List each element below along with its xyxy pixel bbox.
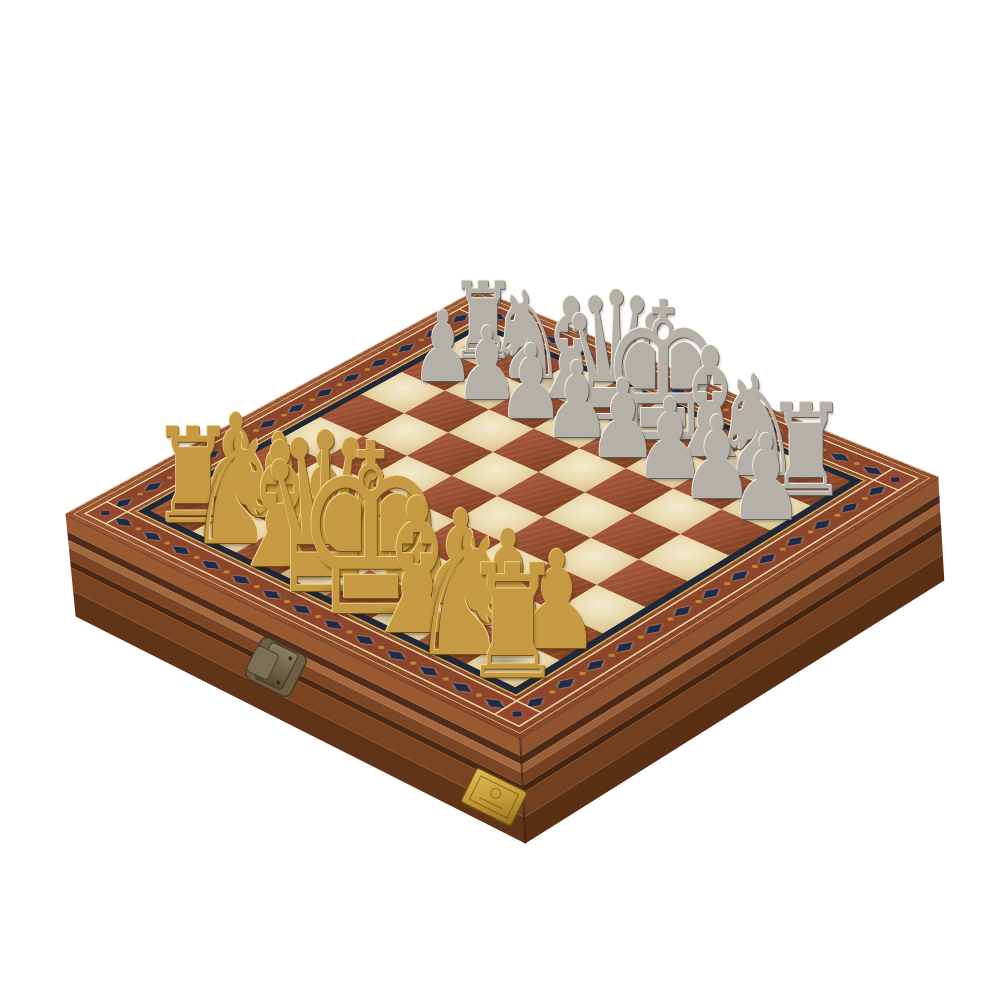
inlay-dot-icon: ◆ [689, 394, 701, 400]
inlay-diamond-icon: ◆ [513, 321, 541, 334]
inlay-diamond-icon: ◆ [603, 358, 632, 371]
inlay-diamond-icon: ◆ [168, 542, 197, 557]
scene: ◆◆◆◆◆◆◆◆◆◆◆◆◆◆◆◆◆◆◆◆◆◆◆◆◆ ◆◆◆◆◆◆◆◆◆◆◆◆◆◆… [0, 0, 1000, 1000]
inlay-dot-icon: ◆ [375, 644, 388, 651]
inlay-diamond-icon: ◆ [634, 371, 663, 385]
inlay-dot-icon: ◆ [658, 381, 670, 387]
inlay-dot-icon: ◆ [281, 598, 294, 605]
inlay-dot-icon: ◆ [818, 447, 830, 453]
inlay-dot-icon: ◆ [473, 691, 486, 698]
inlay-dot-icon: ◆ [627, 368, 639, 374]
inlay-dot-icon: ◆ [753, 420, 765, 426]
inlay-diamond-icon: ◆ [697, 583, 729, 601]
inlay-dot-icon: ◆ [566, 343, 578, 349]
inlay-diamond-icon: ◆ [728, 409, 758, 423]
inlay-diamond-icon: ◆ [809, 515, 840, 532]
inlay-diamond-icon: ◆ [610, 637, 643, 656]
inlay-dot-icon: ◆ [221, 568, 233, 575]
inlay-diamond-icon: ◆ [665, 383, 694, 397]
inlay-diamond-icon: ◆ [415, 662, 446, 679]
inlay-dot-icon: ◆ [191, 554, 203, 561]
inlay-diamond-icon: ◆ [543, 333, 571, 346]
inlay-diamond-icon: ◆ [753, 549, 785, 567]
inlay-diamond-icon: ◆ [760, 422, 790, 436]
inlay-dot-icon: ◆ [312, 613, 325, 620]
inlay-diamond-icon: ◆ [197, 557, 227, 572]
inlay-diamond-icon: ◆ [551, 673, 584, 692]
inlay-diamond-icon: ◆ [573, 346, 601, 359]
inlay-dot-icon: ◆ [344, 628, 357, 635]
inlay-diamond-icon: ◆ [350, 631, 381, 647]
inlay-diamond-icon: ◆ [447, 678, 479, 695]
inlay-diamond-icon: ◆ [640, 619, 673, 637]
inlay-diamond-icon: ◆ [781, 532, 812, 549]
inlay-diamond-icon: ◆ [257, 586, 287, 602]
inlay-dot-icon: ◆ [596, 356, 608, 362]
inlay-dot-icon: ◆ [251, 583, 263, 590]
inlay-dot-icon: ◆ [721, 407, 733, 413]
inlay-dot-icon: ◆ [851, 460, 863, 466]
inlay-dot-icon: ◆ [507, 319, 518, 325]
inlay-diamond-icon: ◆ [825, 449, 855, 464]
inlay-diamond-icon: ◆ [696, 396, 725, 410]
inlay-diamond-icon: ◆ [792, 436, 822, 450]
inlay-diamond-icon: ◆ [581, 655, 614, 674]
inlay-dot-icon: ◆ [440, 675, 453, 682]
inlay-diamond-icon: ◆ [725, 566, 757, 584]
inlay-dot-icon: ◆ [785, 433, 797, 439]
inlay-dot-icon: ◆ [133, 525, 145, 531]
inlay-dot-icon: ◆ [407, 659, 420, 666]
inlay-diamond-icon: ◆ [421, 325, 450, 340]
inlay-diamond-icon: ◆ [382, 647, 413, 664]
inlay-diamond-icon: ◆ [227, 571, 257, 587]
inlay-diamond-icon: ◆ [836, 498, 867, 515]
inlay-diamond-icon: ◆ [288, 601, 318, 617]
inlay-diamond-icon: ◆ [668, 601, 700, 619]
inlay-diamond-icon: ◆ [319, 616, 350, 632]
